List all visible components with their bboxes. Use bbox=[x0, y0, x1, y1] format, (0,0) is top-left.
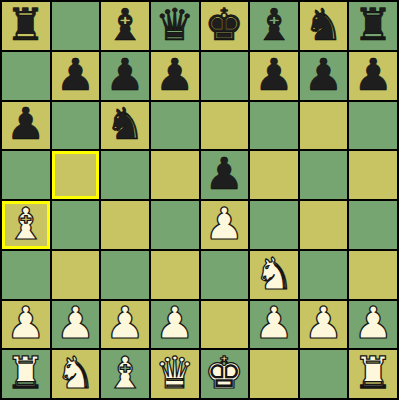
square-c7[interactable]: ♟ bbox=[101, 52, 149, 100]
square-c8[interactable]: ♝ bbox=[101, 2, 149, 50]
piece-black-queen[interactable]: ♛ bbox=[155, 3, 194, 47]
square-e7[interactable] bbox=[201, 52, 249, 100]
square-f3[interactable]: ♞ bbox=[250, 251, 298, 299]
piece-white-pawn[interactable]: ♟ bbox=[155, 301, 194, 345]
square-b7[interactable]: ♟ bbox=[52, 52, 100, 100]
piece-black-pawn[interactable]: ♟ bbox=[353, 53, 392, 97]
square-h7[interactable]: ♟ bbox=[349, 52, 397, 100]
square-g4[interactable] bbox=[300, 201, 348, 249]
piece-black-pawn[interactable]: ♟ bbox=[304, 53, 343, 97]
piece-white-bishop[interactable]: ♝ bbox=[6, 202, 45, 246]
square-b1[interactable]: ♞ bbox=[52, 350, 100, 398]
square-a4[interactable]: ♝ bbox=[2, 201, 50, 249]
square-d2[interactable]: ♟ bbox=[151, 301, 199, 349]
piece-black-pawn[interactable]: ♟ bbox=[6, 102, 45, 146]
square-a6[interactable]: ♟ bbox=[2, 102, 50, 150]
piece-white-pawn[interactable]: ♟ bbox=[254, 301, 293, 345]
piece-white-pawn[interactable]: ♟ bbox=[105, 301, 144, 345]
piece-black-knight[interactable]: ♞ bbox=[304, 3, 343, 47]
piece-black-bishop[interactable]: ♝ bbox=[254, 3, 293, 47]
square-b8[interactable] bbox=[52, 2, 100, 50]
square-e8[interactable]: ♚ bbox=[201, 2, 249, 50]
square-g1[interactable] bbox=[300, 350, 348, 398]
square-g6[interactable] bbox=[300, 102, 348, 150]
piece-white-bishop[interactable]: ♝ bbox=[105, 351, 144, 395]
square-d6[interactable] bbox=[151, 102, 199, 150]
square-f2[interactable]: ♟ bbox=[250, 301, 298, 349]
square-c6[interactable]: ♞ bbox=[101, 102, 149, 150]
square-h4[interactable] bbox=[349, 201, 397, 249]
square-h3[interactable] bbox=[349, 251, 397, 299]
square-b3[interactable] bbox=[52, 251, 100, 299]
square-a2[interactable]: ♟ bbox=[2, 301, 50, 349]
piece-black-pawn[interactable]: ♟ bbox=[56, 53, 95, 97]
square-e2[interactable] bbox=[201, 301, 249, 349]
square-c3[interactable] bbox=[101, 251, 149, 299]
square-d5[interactable] bbox=[151, 151, 199, 199]
square-e6[interactable] bbox=[201, 102, 249, 150]
piece-black-rook[interactable]: ♜ bbox=[353, 3, 392, 47]
square-e5[interactable]: ♟ bbox=[201, 151, 249, 199]
piece-white-pawn[interactable]: ♟ bbox=[56, 301, 95, 345]
square-f7[interactable]: ♟ bbox=[250, 52, 298, 100]
square-f6[interactable] bbox=[250, 102, 298, 150]
square-a3[interactable] bbox=[2, 251, 50, 299]
square-b5[interactable] bbox=[52, 151, 100, 199]
square-a8[interactable]: ♜ bbox=[2, 2, 50, 50]
square-g8[interactable]: ♞ bbox=[300, 2, 348, 50]
square-d3[interactable] bbox=[151, 251, 199, 299]
piece-black-pawn[interactable]: ♟ bbox=[205, 152, 244, 196]
square-c4[interactable] bbox=[101, 201, 149, 249]
piece-white-knight[interactable]: ♞ bbox=[254, 252, 293, 296]
square-h2[interactable]: ♟ bbox=[349, 301, 397, 349]
square-d7[interactable]: ♟ bbox=[151, 52, 199, 100]
piece-white-knight[interactable]: ♞ bbox=[56, 351, 95, 395]
piece-black-knight[interactable]: ♞ bbox=[105, 102, 144, 146]
square-d4[interactable] bbox=[151, 201, 199, 249]
piece-black-pawn[interactable]: ♟ bbox=[105, 53, 144, 97]
piece-white-pawn[interactable]: ♟ bbox=[304, 301, 343, 345]
piece-white-pawn[interactable]: ♟ bbox=[6, 301, 45, 345]
square-a7[interactable] bbox=[2, 52, 50, 100]
square-g7[interactable]: ♟ bbox=[300, 52, 348, 100]
square-e1[interactable]: ♚ bbox=[201, 350, 249, 398]
square-e3[interactable] bbox=[201, 251, 249, 299]
square-h5[interactable] bbox=[349, 151, 397, 199]
square-c2[interactable]: ♟ bbox=[101, 301, 149, 349]
square-d8[interactable]: ♛ bbox=[151, 2, 199, 50]
piece-white-king[interactable]: ♚ bbox=[205, 351, 244, 395]
square-g5[interactable] bbox=[300, 151, 348, 199]
piece-white-queen[interactable]: ♛ bbox=[155, 351, 194, 395]
square-c1[interactable]: ♝ bbox=[101, 350, 149, 398]
square-g3[interactable] bbox=[300, 251, 348, 299]
square-b2[interactable]: ♟ bbox=[52, 301, 100, 349]
piece-black-king[interactable]: ♚ bbox=[205, 3, 244, 47]
square-f1[interactable] bbox=[250, 350, 298, 398]
piece-white-rook[interactable]: ♜ bbox=[353, 351, 392, 395]
square-h6[interactable] bbox=[349, 102, 397, 150]
square-g2[interactable]: ♟ bbox=[300, 301, 348, 349]
piece-black-pawn[interactable]: ♟ bbox=[254, 53, 293, 97]
piece-white-pawn[interactable]: ♟ bbox=[205, 202, 244, 246]
square-d1[interactable]: ♛ bbox=[151, 350, 199, 398]
piece-white-pawn[interactable]: ♟ bbox=[353, 301, 392, 345]
square-h1[interactable]: ♜ bbox=[349, 350, 397, 398]
piece-white-rook[interactable]: ♜ bbox=[6, 351, 45, 395]
square-f4[interactable] bbox=[250, 201, 298, 249]
piece-black-bishop[interactable]: ♝ bbox=[105, 3, 144, 47]
square-c5[interactable] bbox=[101, 151, 149, 199]
square-f8[interactable]: ♝ bbox=[250, 2, 298, 50]
square-b6[interactable] bbox=[52, 102, 100, 150]
square-a5[interactable] bbox=[2, 151, 50, 199]
square-b4[interactable] bbox=[52, 201, 100, 249]
square-f5[interactable] bbox=[250, 151, 298, 199]
square-h8[interactable]: ♜ bbox=[349, 2, 397, 50]
piece-black-pawn[interactable]: ♟ bbox=[155, 53, 194, 97]
square-e4[interactable]: ♟ bbox=[201, 201, 249, 249]
square-a1[interactable]: ♜ bbox=[2, 350, 50, 398]
piece-black-rook[interactable]: ♜ bbox=[6, 3, 45, 47]
chess-board: ♜♝♛♚♝♞♜♟♟♟♟♟♟♟♞♟♝♟♞♟♟♟♟♟♟♟♜♞♝♛♚♜ bbox=[0, 0, 399, 400]
chess-board-container: ♜♝♛♚♝♞♜♟♟♟♟♟♟♟♞♟♝♟♞♟♟♟♟♟♟♟♜♞♝♛♚♜ bbox=[0, 0, 399, 400]
